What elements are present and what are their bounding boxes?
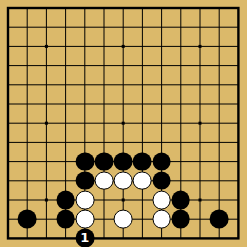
intersection-0-0[interactable] (0, 0, 18, 18)
intersection-7-11[interactable] (133, 209, 152, 228)
intersection-5-3[interactable] (94, 56, 113, 75)
intersection-7-5[interactable] (133, 94, 152, 113)
intersection-10-11[interactable] (190, 209, 209, 228)
black-stone (171, 190, 190, 209)
intersection-2-0[interactable] (37, 0, 56, 18)
intersection-10-12[interactable] (190, 229, 209, 247)
intersection-3-8[interactable] (56, 152, 75, 171)
intersection-9-3[interactable] (171, 56, 190, 75)
intersection-8-10[interactable] (152, 190, 171, 209)
intersection-4-5[interactable] (75, 94, 94, 113)
intersection-4-0[interactable] (75, 0, 94, 18)
intersection-11-5[interactable] (209, 94, 228, 113)
intersection-0-4[interactable] (0, 75, 18, 94)
intersection-8-4[interactable] (152, 75, 171, 94)
black-stone (18, 210, 37, 229)
intersection-6-12[interactable] (114, 229, 133, 247)
intersection-9-1[interactable] (171, 18, 190, 37)
intersection-5-9[interactable] (94, 171, 113, 190)
intersection-3-10[interactable] (56, 190, 75, 209)
white-stone (133, 171, 152, 190)
move-number-label: 1 (80, 231, 89, 244)
intersection-0-9[interactable] (0, 171, 18, 190)
intersection-7-7[interactable] (133, 133, 152, 152)
intersection-6-5[interactable] (114, 94, 133, 113)
intersection-8-8[interactable] (152, 152, 171, 171)
black-stone (171, 210, 190, 229)
intersection-3-1[interactable] (56, 18, 75, 37)
intersection-2-12[interactable] (37, 229, 56, 247)
intersection-1-9[interactable] (18, 171, 37, 190)
black-stone (152, 152, 171, 171)
intersection-4-4[interactable] (75, 75, 94, 94)
intersection-6-6[interactable] (114, 114, 133, 133)
intersection-4-7[interactable] (75, 133, 94, 152)
go-board[interactable]: 1 (0, 0, 247, 247)
intersection-3-11[interactable] (56, 209, 75, 228)
intersection-9-0[interactable] (171, 0, 190, 18)
intersection-5-12[interactable] (94, 229, 113, 247)
intersection-1-1[interactable] (18, 18, 37, 37)
intersection-5-7[interactable] (94, 133, 113, 152)
intersection-8-7[interactable] (152, 133, 171, 152)
intersection-8-12[interactable] (152, 229, 171, 247)
intersection-4-2[interactable] (75, 37, 94, 56)
intersection-5-8[interactable] (94, 152, 113, 171)
intersection-11-4[interactable] (209, 75, 228, 94)
intersection-11-8[interactable] (209, 152, 228, 171)
black-stone (75, 171, 94, 190)
intersection-11-7[interactable] (209, 133, 228, 152)
intersection-6-10[interactable] (114, 190, 133, 209)
intersection-5-11[interactable] (94, 209, 113, 228)
intersection-1-2[interactable] (18, 37, 37, 56)
board-intersections: 1 (0, 0, 247, 247)
intersection-7-8[interactable] (133, 152, 152, 171)
intersection-1-11[interactable] (18, 209, 37, 228)
intersection-2-1[interactable] (37, 18, 56, 37)
intersection-12-7[interactable] (229, 133, 247, 152)
intersection-11-11[interactable] (209, 209, 228, 228)
intersection-8-0[interactable] (152, 0, 171, 18)
intersection-11-3[interactable] (209, 56, 228, 75)
intersection-10-2[interactable] (190, 37, 209, 56)
intersection-9-7[interactable] (171, 133, 190, 152)
white-stone (152, 190, 171, 209)
intersection-0-3[interactable] (0, 56, 18, 75)
intersection-1-3[interactable] (18, 56, 37, 75)
intersection-10-3[interactable] (190, 56, 209, 75)
intersection-11-12[interactable] (209, 229, 228, 247)
intersection-10-1[interactable] (190, 18, 209, 37)
intersection-5-0[interactable] (94, 0, 113, 18)
intersection-8-5[interactable] (152, 94, 171, 113)
intersection-2-9[interactable] (37, 171, 56, 190)
intersection-1-8[interactable] (18, 152, 37, 171)
intersection-9-5[interactable] (171, 94, 190, 113)
white-stone (114, 171, 133, 190)
intersection-3-3[interactable] (56, 56, 75, 75)
intersection-4-10[interactable] (75, 190, 94, 209)
intersection-10-5[interactable] (190, 94, 209, 113)
intersection-12-11[interactable] (229, 209, 247, 228)
intersection-12-12[interactable] (229, 229, 247, 247)
intersection-5-4[interactable] (94, 75, 113, 94)
black-stone (133, 152, 152, 171)
intersection-1-10[interactable] (18, 190, 37, 209)
intersection-12-10[interactable] (229, 190, 247, 209)
intersection-12-6[interactable] (229, 114, 247, 133)
intersection-7-12[interactable] (133, 229, 152, 247)
move-1-stone: 1 (75, 229, 94, 247)
intersection-1-6[interactable] (18, 114, 37, 133)
intersection-7-3[interactable] (133, 56, 152, 75)
intersection-3-4[interactable] (56, 75, 75, 94)
intersection-0-10[interactable] (0, 190, 18, 209)
intersection-11-10[interactable] (209, 190, 228, 209)
intersection-1-0[interactable] (18, 0, 37, 18)
intersection-7-10[interactable] (133, 190, 152, 209)
white-stone (114, 210, 133, 229)
intersection-12-2[interactable] (229, 37, 247, 56)
intersection-9-9[interactable] (171, 171, 190, 190)
intersection-0-8[interactable] (0, 152, 18, 171)
intersection-9-6[interactable] (171, 114, 190, 133)
intersection-12-5[interactable] (229, 94, 247, 113)
intersection-2-11[interactable] (37, 209, 56, 228)
intersection-10-0[interactable] (190, 0, 209, 18)
intersection-9-4[interactable] (171, 75, 190, 94)
black-stone (210, 210, 229, 229)
intersection-7-0[interactable] (133, 0, 152, 18)
intersection-10-4[interactable] (190, 75, 209, 94)
intersection-9-2[interactable] (171, 37, 190, 56)
black-stone (56, 210, 75, 229)
intersection-10-6[interactable] (190, 114, 209, 133)
intersection-9-8[interactable] (171, 152, 190, 171)
intersection-8-9[interactable] (152, 171, 171, 190)
intersection-1-5[interactable] (18, 94, 37, 113)
intersection-7-9[interactable] (133, 171, 152, 190)
intersection-5-10[interactable] (94, 190, 113, 209)
white-stone (152, 210, 171, 229)
intersection-0-2[interactable] (0, 37, 18, 56)
intersection-10-9[interactable] (190, 171, 209, 190)
intersection-12-3[interactable] (229, 56, 247, 75)
intersection-2-3[interactable] (37, 56, 56, 75)
intersection-2-10[interactable] (37, 190, 56, 209)
intersection-7-4[interactable] (133, 75, 152, 94)
intersection-4-11[interactable] (75, 209, 94, 228)
intersection-3-9[interactable] (56, 171, 75, 190)
black-stone (95, 152, 114, 171)
intersection-6-3[interactable] (114, 56, 133, 75)
intersection-5-5[interactable] (94, 94, 113, 113)
intersection-8-6[interactable] (152, 114, 171, 133)
intersection-0-5[interactable] (0, 94, 18, 113)
intersection-8-1[interactable] (152, 18, 171, 37)
intersection-3-12[interactable] (56, 229, 75, 247)
intersection-1-12[interactable] (18, 229, 37, 247)
intersection-10-10[interactable] (190, 190, 209, 209)
intersection-11-1[interactable] (209, 18, 228, 37)
intersection-3-5[interactable] (56, 94, 75, 113)
intersection-2-4[interactable] (37, 75, 56, 94)
intersection-0-12[interactable] (0, 229, 18, 247)
intersection-0-11[interactable] (0, 209, 18, 228)
intersection-2-2[interactable] (37, 37, 56, 56)
intersection-1-4[interactable] (18, 75, 37, 94)
intersection-12-4[interactable] (229, 75, 247, 94)
intersection-10-7[interactable] (190, 133, 209, 152)
intersection-6-4[interactable] (114, 75, 133, 94)
intersection-6-2[interactable] (114, 37, 133, 56)
intersection-3-6[interactable] (56, 114, 75, 133)
intersection-7-6[interactable] (133, 114, 152, 133)
intersection-12-0[interactable] (229, 0, 247, 18)
intersection-9-10[interactable] (171, 190, 190, 209)
intersection-4-1[interactable] (75, 18, 94, 37)
intersection-7-1[interactable] (133, 18, 152, 37)
intersection-2-7[interactable] (37, 133, 56, 152)
intersection-12-8[interactable] (229, 152, 247, 171)
intersection-0-6[interactable] (0, 114, 18, 133)
intersection-1-7[interactable] (18, 133, 37, 152)
intersection-11-0[interactable] (209, 0, 228, 18)
intersection-5-1[interactable] (94, 18, 113, 37)
intersection-3-7[interactable] (56, 133, 75, 152)
black-stone (75, 152, 94, 171)
intersection-11-2[interactable] (209, 37, 228, 56)
black-stone (114, 152, 133, 171)
intersection-8-3[interactable] (152, 56, 171, 75)
intersection-11-9[interactable] (209, 171, 228, 190)
intersection-4-3[interactable] (75, 56, 94, 75)
intersection-0-1[interactable] (0, 18, 18, 37)
black-stone (56, 190, 75, 209)
intersection-0-7[interactable] (0, 133, 18, 152)
black-stone (152, 171, 171, 190)
intersection-7-2[interactable] (133, 37, 152, 56)
intersection-2-6[interactable] (37, 114, 56, 133)
intersection-6-1[interactable] (114, 18, 133, 37)
intersection-6-11[interactable] (114, 209, 133, 228)
intersection-6-7[interactable] (114, 133, 133, 152)
intersection-8-11[interactable] (152, 209, 171, 228)
intersection-4-12[interactable]: 1 (75, 229, 94, 247)
intersection-12-1[interactable] (229, 18, 247, 37)
intersection-6-9[interactable] (114, 171, 133, 190)
intersection-11-6[interactable] (209, 114, 228, 133)
intersection-2-8[interactable] (37, 152, 56, 171)
intersection-3-0[interactable] (56, 0, 75, 18)
intersection-3-2[interactable] (56, 37, 75, 56)
intersection-9-11[interactable] (171, 209, 190, 228)
intersection-4-8[interactable] (75, 152, 94, 171)
intersection-9-12[interactable] (171, 229, 190, 247)
intersection-6-8[interactable] (114, 152, 133, 171)
intersection-4-9[interactable] (75, 171, 94, 190)
intersection-4-6[interactable] (75, 114, 94, 133)
white-stone (75, 210, 94, 229)
white-stone (95, 171, 114, 190)
intersection-5-2[interactable] (94, 37, 113, 56)
intersection-12-9[interactable] (229, 171, 247, 190)
intersection-2-5[interactable] (37, 94, 56, 113)
white-stone (75, 190, 94, 209)
intersection-8-2[interactable] (152, 37, 171, 56)
intersection-6-0[interactable] (114, 0, 133, 18)
intersection-5-6[interactable] (94, 114, 113, 133)
intersection-10-8[interactable] (190, 152, 209, 171)
